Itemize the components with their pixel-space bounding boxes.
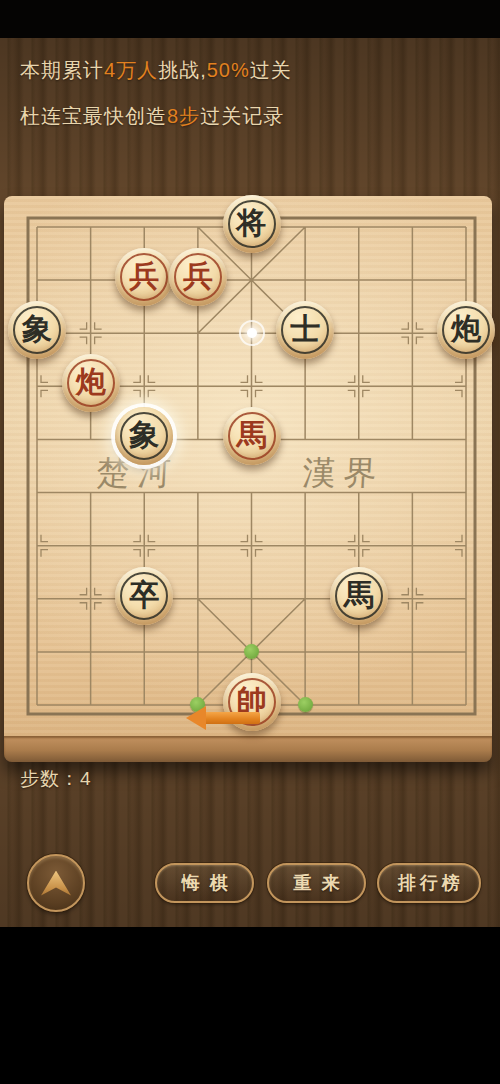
undo-move-button[interactable]: 悔棋 — [155, 863, 254, 903]
up-chevron-icon — [41, 871, 71, 896]
challenge-stats-line: 本期累计4万人挑战,50%过关 — [20, 57, 292, 84]
record-stats-line: 杜连宝最快创造8步过关记录 — [20, 103, 284, 130]
piece-character: 将 — [237, 208, 267, 238]
piece-black-士[interactable]: 士 — [276, 301, 334, 359]
piece-black-将[interactable]: 将 — [223, 195, 281, 253]
piece-character: 卒 — [129, 580, 159, 610]
step-counter-value: 4 — [80, 768, 92, 789]
step-counter-label: 步数： — [20, 768, 80, 789]
piece-red-兵[interactable]: 兵 — [115, 248, 173, 306]
piece-character: 兵 — [183, 261, 213, 291]
stats-text: 本期累计 — [20, 59, 104, 81]
status-bar — [0, 0, 500, 38]
step-counter: 步数：4 — [20, 766, 92, 792]
piece-red-兵[interactable]: 兵 — [169, 248, 227, 306]
piece-character: 象 — [22, 314, 52, 344]
expand-up-button[interactable] — [27, 854, 85, 912]
xiangqi-board[interactable]: 楚河 漢界 将兵兵象士炮炮象馬卒馬帥 — [4, 196, 492, 762]
piece-black-象[interactable]: 象 — [8, 301, 66, 359]
piece-character: 兵 — [129, 261, 159, 291]
android-navigation-bar: Bai du 经验 jingyan.baidu.com — [0, 927, 500, 1084]
piece-character: 象 — [129, 420, 159, 450]
board-bevel-edge — [4, 736, 492, 762]
piece-character: 炮 — [451, 314, 481, 344]
piece-black-馬[interactable]: 馬 — [330, 567, 388, 625]
leaderboard-button-label: 排行榜 — [398, 871, 464, 895]
move-origin-indicator — [239, 320, 265, 346]
restart-button[interactable]: 重来 — [267, 863, 366, 903]
piece-character: 馬 — [237, 420, 267, 450]
stats-highlight: 8步 — [167, 105, 200, 127]
stats-text: 过关 — [250, 59, 292, 81]
piece-black-炮[interactable]: 炮 — [437, 301, 495, 359]
piece-black-卒[interactable]: 卒 — [115, 567, 173, 625]
stats-text: 过关记录 — [200, 105, 284, 127]
piece-character: 馬 — [344, 580, 374, 610]
undo-button-label: 悔棋 — [182, 871, 238, 895]
restart-button-label: 重来 — [294, 871, 350, 895]
leaderboard-button[interactable]: 排行榜 — [377, 863, 481, 903]
hint-arrow-left-icon — [186, 706, 260, 730]
piece-red-炮[interactable]: 炮 — [62, 354, 120, 412]
piece-character: 炮 — [76, 367, 106, 397]
piece-red-馬[interactable]: 馬 — [223, 407, 281, 465]
stats-text: 杜连宝最快创造 — [20, 105, 167, 127]
river-text-right: 漢界 — [301, 453, 385, 492]
stats-highlight: 50% — [207, 59, 250, 81]
piece-character: 士 — [290, 314, 320, 344]
stats-highlight: 4万人 — [104, 59, 158, 81]
stats-text: 挑战, — [158, 59, 207, 81]
